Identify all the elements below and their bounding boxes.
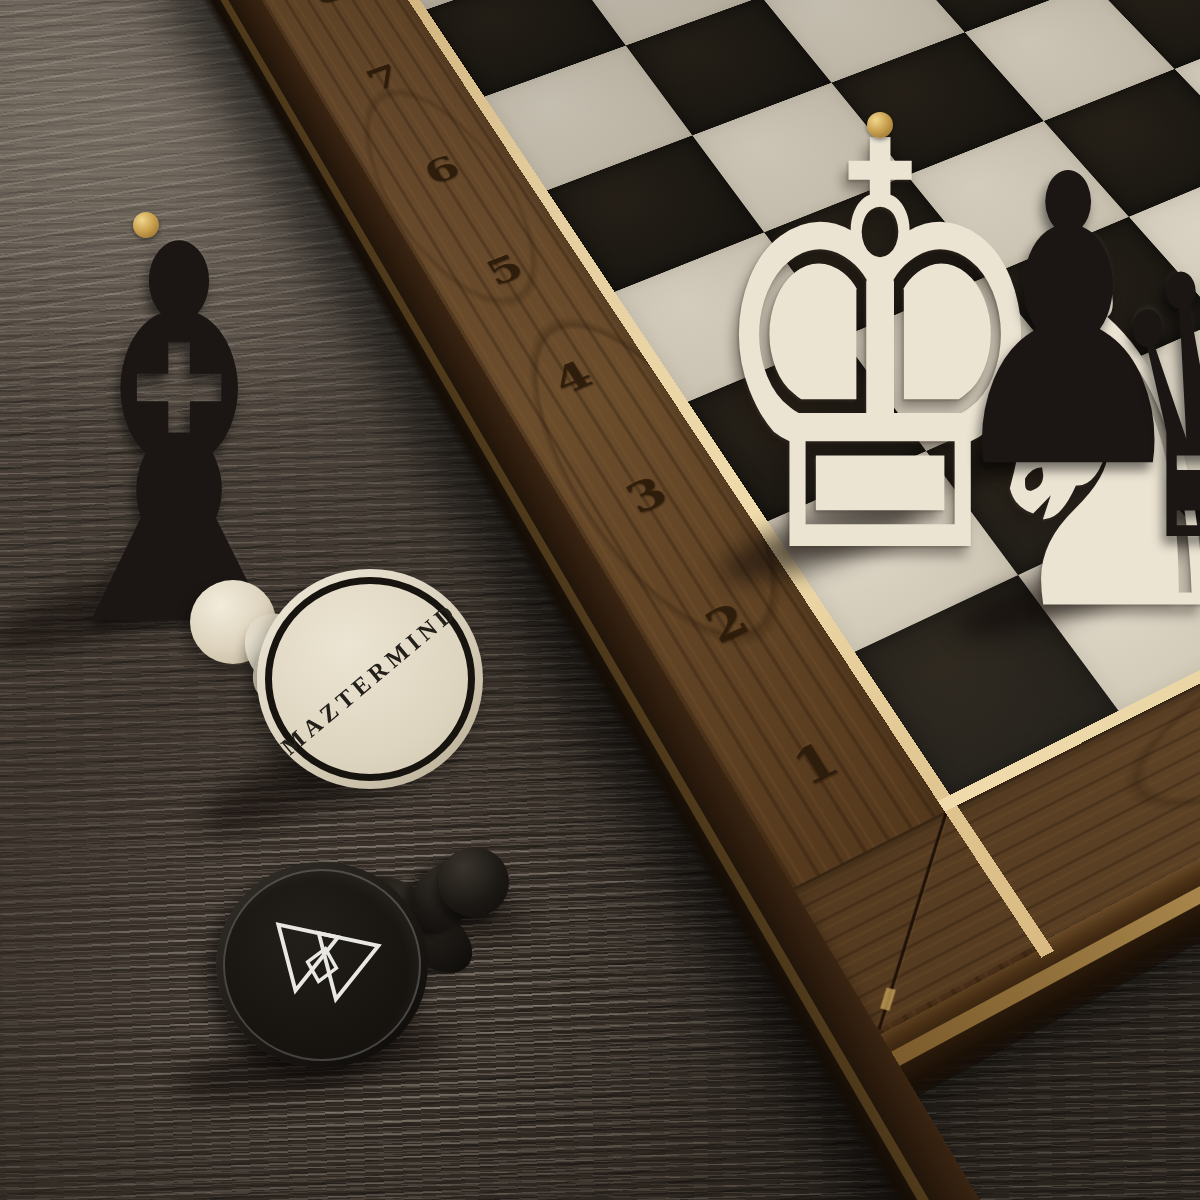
black-queen-board: ♛ — [1035, 215, 1200, 538]
pieces-layer: ♚♞♟♛ — [0, 0, 1200, 1200]
black-queen-board-glyph: ♛ — [1103, 215, 1200, 595]
photo-scene: 12345678 ♝ MAZTERMIND — [0, 0, 1200, 1200]
